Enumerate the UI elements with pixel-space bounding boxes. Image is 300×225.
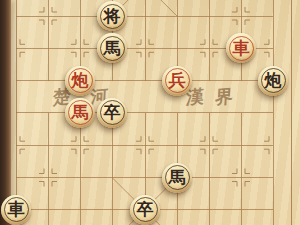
piece-black-general[interactable]: 将 [97, 1, 127, 31]
piece-glyph: 炮 [72, 72, 89, 89]
piece-glyph: 馬 [72, 104, 89, 121]
piece-glyph: 卒 [137, 201, 154, 218]
piece-black-horse[interactable]: 馬 [162, 163, 192, 193]
piece-glyph: 炮 [265, 72, 282, 89]
piece-glyph: 卒 [104, 104, 121, 121]
piece-glyph: 馬 [169, 169, 186, 186]
piece-black-cannon[interactable]: 炮 [258, 66, 288, 96]
piece-red-cannon[interactable]: 炮 [65, 66, 95, 96]
piece-glyph: 車 [233, 39, 250, 56]
piece-black-chariot[interactable]: 車 [1, 195, 31, 225]
piece-black-soldier[interactable]: 卒 [130, 195, 160, 225]
piece-red-soldier[interactable]: 兵 [162, 66, 192, 96]
board-grid-lines [0, 0, 300, 225]
piece-glyph: 車 [8, 201, 25, 218]
piece-glyph: 将 [104, 7, 121, 24]
piece-red-horse[interactable]: 馬 [65, 98, 95, 128]
river-label-char: 界 [215, 87, 234, 107]
piece-black-soldier[interactable]: 卒 [97, 98, 127, 128]
piece-glyph: 馬 [104, 39, 121, 56]
board-frame-edge [0, 0, 11, 225]
piece-glyph: 兵 [169, 72, 186, 89]
xiangqi-board[interactable]: 楚河漢界 将馬車炮兵炮馬卒馬車卒 [0, 0, 300, 225]
